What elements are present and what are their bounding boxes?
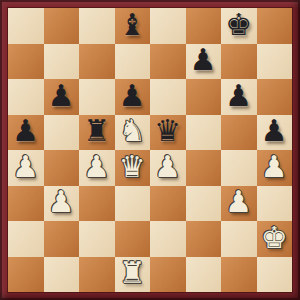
square-c6[interactable] — [79, 79, 115, 115]
piece-black-pawn[interactable]: ♟ — [225, 81, 252, 111]
piece-white-pawn[interactable]: ♟ — [225, 187, 252, 217]
square-e5[interactable]: ♛ — [150, 115, 186, 151]
square-g2[interactable] — [221, 221, 257, 257]
square-f6[interactable] — [186, 79, 222, 115]
square-d4[interactable]: ♛ — [115, 150, 151, 186]
piece-black-queen[interactable]: ♛ — [154, 116, 181, 146]
square-h5[interactable]: ♟ — [257, 115, 293, 151]
piece-black-pawn[interactable]: ♟ — [119, 81, 146, 111]
square-g7[interactable] — [221, 44, 257, 80]
square-a7[interactable] — [8, 44, 44, 80]
square-c1[interactable] — [79, 257, 115, 293]
square-c4[interactable]: ♟ — [79, 150, 115, 186]
square-c8[interactable] — [79, 8, 115, 44]
square-a6[interactable] — [8, 79, 44, 115]
square-h6[interactable] — [257, 79, 293, 115]
piece-white-pawn[interactable]: ♟ — [12, 152, 39, 182]
square-d5[interactable]: ♞ — [115, 115, 151, 151]
square-e3[interactable] — [150, 186, 186, 222]
square-h8[interactable] — [257, 8, 293, 44]
square-c7[interactable] — [79, 44, 115, 80]
piece-white-king[interactable]: ♚ — [261, 223, 288, 253]
square-h1[interactable] — [257, 257, 293, 293]
square-f4[interactable] — [186, 150, 222, 186]
square-d1[interactable]: ♜ — [115, 257, 151, 293]
square-c2[interactable] — [79, 221, 115, 257]
square-f1[interactable] — [186, 257, 222, 293]
square-b6[interactable]: ♟ — [44, 79, 80, 115]
square-f8[interactable] — [186, 8, 222, 44]
piece-black-king[interactable]: ♚ — [225, 10, 252, 40]
piece-white-pawn[interactable]: ♟ — [261, 152, 288, 182]
square-e2[interactable] — [150, 221, 186, 257]
piece-white-pawn[interactable]: ♟ — [83, 152, 110, 182]
piece-black-pawn[interactable]: ♟ — [12, 116, 39, 146]
square-f5[interactable] — [186, 115, 222, 151]
square-h3[interactable] — [257, 186, 293, 222]
square-e1[interactable] — [150, 257, 186, 293]
square-b5[interactable] — [44, 115, 80, 151]
piece-white-knight[interactable]: ♞ — [119, 116, 146, 146]
square-g5[interactable] — [221, 115, 257, 151]
square-e4[interactable]: ♟ — [150, 150, 186, 186]
piece-white-pawn[interactable]: ♟ — [154, 152, 181, 182]
square-e7[interactable] — [150, 44, 186, 80]
square-a1[interactable] — [8, 257, 44, 293]
square-b4[interactable] — [44, 150, 80, 186]
square-a2[interactable] — [8, 221, 44, 257]
piece-black-bishop[interactable]: ♝ — [119, 10, 146, 40]
piece-white-queen[interactable]: ♛ — [119, 152, 146, 182]
square-a3[interactable] — [8, 186, 44, 222]
square-g8[interactable]: ♚ — [221, 8, 257, 44]
square-e8[interactable] — [150, 8, 186, 44]
square-g6[interactable]: ♟ — [221, 79, 257, 115]
square-b1[interactable] — [44, 257, 80, 293]
square-f3[interactable] — [186, 186, 222, 222]
piece-black-pawn[interactable]: ♟ — [190, 45, 217, 75]
square-f7[interactable]: ♟ — [186, 44, 222, 80]
square-b2[interactable] — [44, 221, 80, 257]
square-c3[interactable] — [79, 186, 115, 222]
square-g4[interactable] — [221, 150, 257, 186]
square-b3[interactable]: ♟ — [44, 186, 80, 222]
square-h2[interactable]: ♚ — [257, 221, 293, 257]
square-d3[interactable] — [115, 186, 151, 222]
square-g3[interactable]: ♟ — [221, 186, 257, 222]
square-d7[interactable] — [115, 44, 151, 80]
square-f2[interactable] — [186, 221, 222, 257]
square-d6[interactable]: ♟ — [115, 79, 151, 115]
square-b8[interactable] — [44, 8, 80, 44]
board-frame: ♝♚♟♟♟♟♟♜♞♛♟♟♟♛♟♟♟♟♚♜ — [0, 0, 300, 300]
square-d2[interactable] — [115, 221, 151, 257]
square-a8[interactable] — [8, 8, 44, 44]
piece-white-rook[interactable]: ♜ — [119, 258, 146, 288]
piece-black-pawn[interactable]: ♟ — [261, 116, 288, 146]
square-a5[interactable]: ♟ — [8, 115, 44, 151]
piece-black-pawn[interactable]: ♟ — [48, 81, 75, 111]
square-g1[interactable] — [221, 257, 257, 293]
square-h7[interactable] — [257, 44, 293, 80]
square-c5[interactable]: ♜ — [79, 115, 115, 151]
square-h4[interactable]: ♟ — [257, 150, 293, 186]
chess-board: ♝♚♟♟♟♟♟♜♞♛♟♟♟♛♟♟♟♟♚♜ — [8, 8, 292, 292]
square-b7[interactable] — [44, 44, 80, 80]
square-e6[interactable] — [150, 79, 186, 115]
piece-black-rook[interactable]: ♜ — [83, 116, 110, 146]
piece-white-pawn[interactable]: ♟ — [48, 187, 75, 217]
square-d8[interactable]: ♝ — [115, 8, 151, 44]
square-a4[interactable]: ♟ — [8, 150, 44, 186]
